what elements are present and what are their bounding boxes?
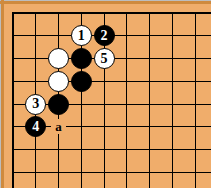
grid-line-vertical <box>195 12 196 188</box>
grid-line-vertical <box>126 12 127 188</box>
white-stone-move-5: 5 <box>94 48 115 69</box>
board-edge-line-left <box>12 12 14 188</box>
grid-line-horizontal <box>12 81 211 82</box>
grid-line-horizontal <box>12 172 211 173</box>
black-stone <box>71 71 92 92</box>
grid-line-horizontal <box>12 149 211 150</box>
grid-line-vertical <box>172 12 173 188</box>
point-label-a: a <box>51 119 66 134</box>
black-stone <box>71 48 92 69</box>
board-edge-line-top <box>12 12 211 14</box>
white-stone <box>48 71 69 92</box>
black-stone <box>48 94 69 115</box>
frame-top-inner <box>0 1 211 4</box>
frame-left-inner <box>1 0 4 188</box>
grid-line-vertical <box>149 12 150 188</box>
black-stone-move-2: 2 <box>94 25 115 46</box>
white-stone-move-1: 1 <box>71 25 92 46</box>
white-stone <box>48 48 69 69</box>
go-diagram: a12534 <box>0 0 211 188</box>
white-stone-move-3: 3 <box>25 94 46 115</box>
